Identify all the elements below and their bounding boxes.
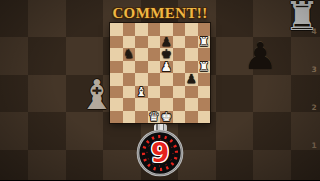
background-square	[216, 37, 254, 75]
background-square	[66, 112, 104, 150]
square-h5: ♜	[198, 61, 211, 74]
square-e3	[160, 86, 173, 99]
square-a7	[110, 36, 123, 49]
square-c6	[135, 48, 148, 61]
square-a2	[110, 98, 123, 111]
white-pawn: ♟	[160, 61, 173, 74]
black-pawn: ♟	[185, 73, 198, 86]
square-g2	[185, 98, 198, 111]
square-f4	[173, 73, 186, 86]
background-square	[66, 37, 104, 75]
background-square	[28, 112, 66, 150]
square-b4	[123, 73, 136, 86]
page-title: COMMENT!!	[0, 5, 320, 22]
square-f1	[173, 111, 186, 124]
video-frame[interactable]: ♜ ♟ ♝ 4 3 2 1 COMMENT!! ♟♜♞♚♟♜♟♝♛♚ 9	[0, 0, 320, 180]
square-b2	[123, 98, 136, 111]
square-d3	[148, 86, 161, 99]
white-queen: ♛	[148, 111, 161, 124]
background-square	[253, 112, 291, 150]
square-c1	[135, 111, 148, 124]
square-b3	[123, 86, 136, 99]
square-c3: ♝	[135, 86, 148, 99]
square-f6	[173, 48, 186, 61]
white-rook: ♜	[198, 61, 211, 74]
white-bishop: ♝	[135, 86, 148, 99]
square-g8	[185, 23, 198, 36]
background-rank-label-4: 4	[309, 27, 319, 36]
white-king: ♚	[160, 111, 173, 124]
background-square	[0, 37, 28, 75]
background-rank-label-2: 2	[309, 103, 319, 112]
square-a5	[110, 61, 123, 74]
square-d1: ♛	[148, 111, 161, 124]
countdown-stopwatch: 9	[134, 123, 186, 180]
square-c7	[135, 36, 148, 49]
background-square	[66, 75, 104, 113]
background-rank-label-1: 1	[309, 141, 319, 150]
square-c8	[135, 23, 148, 36]
square-e1: ♚	[160, 111, 173, 124]
square-d4	[148, 73, 161, 86]
square-h2	[198, 98, 211, 111]
square-h4	[198, 73, 211, 86]
background-square	[253, 37, 291, 75]
chess-board: ♟♜♞♚♟♜♟♝♛♚	[110, 23, 210, 123]
square-a1	[110, 111, 123, 124]
square-b6: ♞	[123, 48, 136, 61]
background-square	[28, 37, 66, 75]
square-a3	[110, 86, 123, 99]
background-square	[0, 75, 28, 113]
background-square	[253, 150, 291, 181]
black-knight: ♞	[123, 48, 136, 61]
square-a8	[110, 23, 123, 36]
square-f2	[173, 98, 186, 111]
countdown-number: 9	[134, 140, 186, 166]
square-c5	[135, 61, 148, 74]
square-b5	[123, 61, 136, 74]
background-rank-label-3: 3	[309, 65, 319, 74]
square-d8	[148, 23, 161, 36]
square-h3	[198, 86, 211, 99]
background-square	[28, 75, 66, 113]
square-d6	[148, 48, 161, 61]
background-square	[0, 150, 28, 181]
background-square	[66, 150, 104, 181]
square-g6	[185, 48, 198, 61]
background-square	[291, 150, 320, 181]
square-f7	[173, 36, 186, 49]
square-f3	[173, 86, 186, 99]
square-e5: ♟	[160, 61, 173, 74]
square-b1	[123, 111, 136, 124]
square-b8	[123, 23, 136, 36]
background-square	[216, 112, 254, 150]
square-c2	[135, 98, 148, 111]
background-square	[28, 150, 66, 181]
background-square	[216, 75, 254, 113]
square-d5	[148, 61, 161, 74]
square-a4	[110, 73, 123, 86]
square-h1	[198, 111, 211, 124]
background-square	[0, 112, 28, 150]
background-square	[253, 75, 291, 113]
square-g1	[185, 111, 198, 124]
square-g3	[185, 86, 198, 99]
square-h7: ♜	[198, 36, 211, 49]
square-e4	[160, 73, 173, 86]
square-a6	[110, 48, 123, 61]
background-square	[216, 150, 254, 181]
white-rook: ♜	[198, 36, 211, 49]
square-d7	[148, 36, 161, 49]
square-g7	[185, 36, 198, 49]
square-f5	[173, 61, 186, 74]
square-g4: ♟	[185, 73, 198, 86]
square-f8	[173, 23, 186, 36]
